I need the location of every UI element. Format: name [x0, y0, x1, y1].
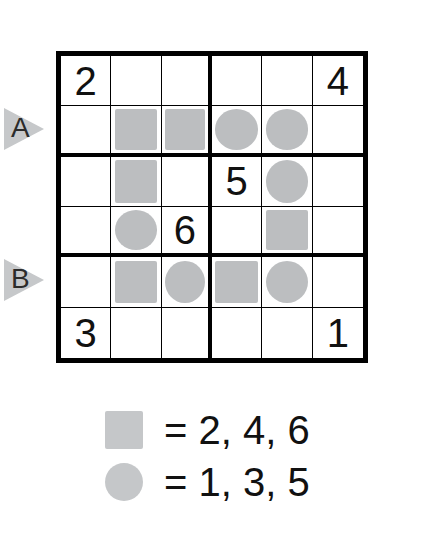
cell-r6c5[interactable] [262, 308, 312, 358]
cell-r6c4[interactable] [212, 308, 262, 358]
cell-r3c3[interactable] [162, 157, 212, 207]
given-digit: 1 [327, 313, 349, 353]
cell-r3c6[interactable] [313, 157, 363, 207]
legend-odd-text: = 1, 3, 5 [164, 462, 310, 502]
cell-r6c3[interactable] [162, 308, 212, 358]
even-marker [115, 160, 158, 203]
odd-marker [266, 261, 309, 304]
cell-r5c2[interactable] [111, 257, 161, 307]
cell-r5c4[interactable] [212, 257, 262, 307]
legend: = 2, 4, 6 = 1, 3, 5 [105, 410, 310, 501]
even-marker [115, 109, 158, 149]
cell-r5c3[interactable] [162, 257, 212, 307]
cell-r4c1[interactable] [61, 207, 111, 257]
cell-r1c1[interactable]: 2 [61, 56, 111, 106]
cell-r6c1[interactable]: 3 [61, 308, 111, 358]
even-marker [165, 109, 205, 149]
even-marker [115, 261, 158, 304]
even-marker [215, 261, 258, 304]
cell-r1c4[interactable] [212, 56, 262, 106]
row-arrow-a-label: A [11, 114, 30, 142]
legend-circle-icon [105, 463, 143, 501]
row-arrow-b: B [4, 259, 44, 301]
cell-r4c2[interactable] [111, 207, 161, 257]
sudoku-board: 245631 [56, 51, 368, 363]
row-arrow-b-label: B [11, 265, 30, 293]
cell-r4c4[interactable] [212, 207, 262, 257]
legend-even-text: = 2, 4, 6 [164, 410, 310, 450]
given-digit: 2 [75, 61, 97, 101]
cell-r3c5[interactable] [262, 157, 312, 207]
given-digit: 5 [226, 161, 248, 201]
odd-marker [266, 109, 309, 149]
cell-r6c6[interactable]: 1 [313, 308, 363, 358]
cell-r5c6[interactable] [313, 257, 363, 307]
cell-r5c1[interactable] [61, 257, 111, 307]
puzzle-canvas: A B 245631 = 2, 4, 6 = 1, 3, 5 [0, 0, 423, 548]
cell-r6c2[interactable] [111, 308, 161, 358]
cell-r1c3[interactable] [162, 56, 212, 106]
cell-r3c4[interactable]: 5 [212, 157, 262, 207]
cell-r1c2[interactable] [111, 56, 161, 106]
cell-r2c6[interactable] [313, 106, 363, 156]
cell-r3c2[interactable] [111, 157, 161, 207]
cell-r5c5[interactable] [262, 257, 312, 307]
cell-r2c5[interactable] [262, 106, 312, 156]
odd-marker [266, 160, 309, 203]
odd-marker [165, 261, 205, 304]
cell-r2c4[interactable] [212, 106, 262, 156]
cell-r2c3[interactable] [162, 106, 212, 156]
given-digit: 6 [174, 210, 196, 250]
even-marker [266, 210, 309, 250]
given-digit: 4 [327, 61, 349, 101]
cell-r4c3[interactable]: 6 [162, 207, 212, 257]
cell-r2c2[interactable] [111, 106, 161, 156]
row-arrow-a: A [4, 108, 44, 150]
given-digit: 3 [75, 313, 97, 353]
cell-r1c5[interactable] [262, 56, 312, 106]
odd-marker [115, 210, 158, 250]
cell-r2c1[interactable] [61, 106, 111, 156]
legend-square-icon [105, 411, 143, 449]
cell-r1c6[interactable]: 4 [313, 56, 363, 106]
legend-item-even: = 2, 4, 6 [105, 410, 310, 449]
cell-r3c1[interactable] [61, 157, 111, 207]
cell-r4c6[interactable] [313, 207, 363, 257]
legend-item-odd: = 1, 3, 5 [105, 462, 310, 501]
odd-marker [215, 109, 258, 149]
cell-r4c5[interactable] [262, 207, 312, 257]
